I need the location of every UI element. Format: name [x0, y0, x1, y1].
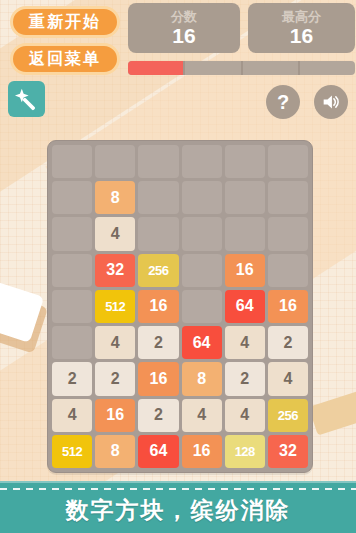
- empty-cell: [268, 254, 308, 287]
- bg-white-cube: [0, 281, 44, 343]
- tile-64: 64: [138, 435, 178, 468]
- tile-4: 4: [268, 362, 308, 395]
- empty-cell: [268, 217, 308, 250]
- tile-4: 4: [182, 399, 222, 432]
- tile-32: 32: [95, 254, 135, 287]
- tile-2: 2: [52, 362, 92, 395]
- empty-cell: [268, 145, 308, 178]
- empty-cell: [52, 217, 92, 250]
- best-score-box: 最高分 16: [248, 3, 355, 53]
- empty-cell: [138, 145, 178, 178]
- tile-64: 64: [225, 290, 265, 323]
- tile-16: 16: [138, 362, 178, 395]
- progress-segment: [185, 61, 242, 75]
- tile-16: 16: [138, 290, 178, 323]
- tile-4: 4: [225, 399, 265, 432]
- tile-512: 512: [95, 290, 135, 323]
- progress-segment: [300, 61, 355, 75]
- empty-cell: [182, 254, 222, 287]
- empty-cell: [52, 145, 92, 178]
- bottom-banner: 数字方块，缤纷消除: [0, 481, 356, 533]
- empty-cell: [138, 217, 178, 250]
- empty-cell: [138, 181, 178, 214]
- board[interactable]: 8432256165121664164264422216824416244256…: [47, 140, 313, 473]
- empty-cell: [182, 181, 222, 214]
- tile-16: 16: [95, 399, 135, 432]
- score-box: 分数 16: [128, 3, 240, 53]
- sound-button[interactable]: [314, 85, 348, 119]
- question-mark-icon: ?: [277, 91, 289, 114]
- magic-wand-icon: [14, 86, 40, 112]
- tile-16: 16: [225, 254, 265, 287]
- dashed-line: [0, 488, 356, 490]
- tile-8: 8: [95, 435, 135, 468]
- tile-16: 16: [268, 290, 308, 323]
- tile-256: 256: [268, 399, 308, 432]
- tile-256: 256: [138, 254, 178, 287]
- tile-512: 512: [52, 435, 92, 468]
- empty-cell: [52, 290, 92, 323]
- empty-cell: [52, 181, 92, 214]
- empty-cell: [182, 290, 222, 323]
- tile-2: 2: [225, 362, 265, 395]
- progress-bar: [128, 61, 355, 75]
- tile-4: 4: [225, 326, 265, 359]
- empty-cell: [225, 217, 265, 250]
- progress-segment: [243, 61, 300, 75]
- empty-cell: [95, 145, 135, 178]
- tile-4: 4: [95, 217, 135, 250]
- empty-cell: [225, 145, 265, 178]
- empty-cell: [52, 254, 92, 287]
- help-button[interactable]: ?: [266, 85, 300, 119]
- tile-64: 64: [182, 326, 222, 359]
- empty-cell: [52, 326, 92, 359]
- restart-button[interactable]: 重新开始: [10, 6, 120, 38]
- progress-segment-filled: [128, 61, 185, 75]
- tile-8: 8: [95, 181, 135, 214]
- tile-8: 8: [182, 362, 222, 395]
- bg-tan-block: [309, 390, 356, 435]
- tile-32: 32: [268, 435, 308, 468]
- magic-wand-button[interactable]: [8, 81, 45, 117]
- tile-2: 2: [95, 362, 135, 395]
- return-menu-button[interactable]: 返回菜单: [10, 43, 120, 75]
- empty-cell: [182, 217, 222, 250]
- game-screen: 重新开始 返回菜单 分数 16 最高分 16 ? 843225616512166…: [0, 0, 356, 533]
- banner-text: 数字方块，缤纷消除: [66, 495, 291, 526]
- best-score-value: 16: [290, 24, 313, 48]
- tile-4: 4: [52, 399, 92, 432]
- tile-2: 2: [268, 326, 308, 359]
- tile-2: 2: [138, 326, 178, 359]
- tile-16: 16: [182, 435, 222, 468]
- best-score-label: 最高分: [282, 9, 321, 24]
- score-label: 分数: [171, 9, 197, 24]
- tile-2: 2: [138, 399, 178, 432]
- speaker-icon: [320, 91, 342, 113]
- tile-4: 4: [95, 326, 135, 359]
- empty-cell: [225, 181, 265, 214]
- score-value: 16: [172, 24, 195, 48]
- empty-cell: [182, 145, 222, 178]
- empty-cell: [268, 181, 308, 214]
- tile-128: 128: [225, 435, 265, 468]
